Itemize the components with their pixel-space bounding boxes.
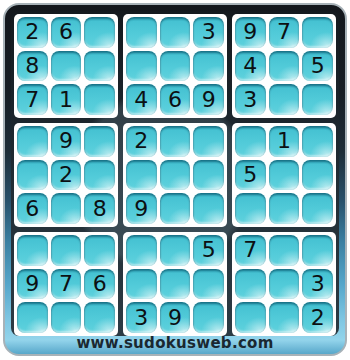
- cell-r1c7[interactable]: 9: [235, 17, 266, 48]
- cell-r7c5[interactable]: [160, 235, 191, 266]
- cell-r8c6[interactable]: [193, 269, 224, 300]
- given-digit: 6: [25, 198, 39, 220]
- cell-r7c1[interactable]: [17, 235, 48, 266]
- cell-r2c1[interactable]: 8: [17, 51, 48, 82]
- given-digit: 2: [25, 21, 39, 43]
- cell-r5c8[interactable]: [269, 160, 300, 191]
- cell-r8c8[interactable]: [269, 269, 300, 300]
- box-7: 976: [14, 232, 118, 336]
- given-digit: 1: [277, 130, 291, 152]
- given-digit: 5: [202, 239, 216, 261]
- box-3: 97453: [232, 14, 336, 118]
- site-url-label: www.sudokusweb.com: [5, 335, 345, 351]
- box-1: 26871: [14, 14, 118, 118]
- cell-r5c6[interactable]: [193, 160, 224, 191]
- given-digit: 5: [311, 55, 325, 77]
- given-digit: 7: [277, 21, 291, 43]
- given-digit: 5: [243, 164, 257, 186]
- cell-r8c7[interactable]: [235, 269, 266, 300]
- cell-r4c6[interactable]: [193, 126, 224, 157]
- given-digit: 3: [202, 21, 216, 43]
- cell-r2c8[interactable]: [269, 51, 300, 82]
- cell-r9c5[interactable]: 9: [160, 302, 191, 333]
- cell-r4c3[interactable]: [84, 126, 115, 157]
- cell-r3c5[interactable]: 6: [160, 84, 191, 115]
- cell-r2c2[interactable]: [51, 51, 82, 82]
- cell-r6c3[interactable]: 8: [84, 193, 115, 224]
- box-9: 732: [232, 232, 336, 336]
- cell-r4c5[interactable]: [160, 126, 191, 157]
- cell-r7c9[interactable]: [302, 235, 333, 266]
- cell-r5c2[interactable]: 2: [51, 160, 82, 191]
- box-6: 15: [232, 123, 336, 227]
- cell-r4c2[interactable]: 9: [51, 126, 82, 157]
- cell-r6c4[interactable]: 9: [126, 193, 157, 224]
- cell-r9c8[interactable]: [269, 302, 300, 333]
- cell-r6c9[interactable]: [302, 193, 333, 224]
- cell-r5c3[interactable]: [84, 160, 115, 191]
- cell-r7c6[interactable]: 5: [193, 235, 224, 266]
- cell-r7c8[interactable]: [269, 235, 300, 266]
- box-8: 539: [123, 232, 227, 336]
- cell-r6c2[interactable]: [51, 193, 82, 224]
- box-5: 29: [123, 123, 227, 227]
- cell-r5c4[interactable]: [126, 160, 157, 191]
- cell-r6c1[interactable]: 6: [17, 193, 48, 224]
- cell-r9c9[interactable]: 2: [302, 302, 333, 333]
- given-digit: 3: [243, 89, 257, 111]
- cell-r4c8[interactable]: 1: [269, 126, 300, 157]
- cell-r3c7[interactable]: 3: [235, 84, 266, 115]
- cell-r3c1[interactable]: 7: [17, 84, 48, 115]
- cell-r7c7[interactable]: 7: [235, 235, 266, 266]
- given-digit: 9: [59, 130, 73, 152]
- given-digit: 3: [134, 307, 148, 329]
- given-digit: 9: [25, 273, 39, 295]
- cell-r3c6[interactable]: 9: [193, 84, 224, 115]
- given-digit: 2: [59, 164, 73, 186]
- cell-r8c1[interactable]: 9: [17, 269, 48, 300]
- given-digit: 7: [243, 239, 257, 261]
- cell-r2c6[interactable]: [193, 51, 224, 82]
- cell-r2c9[interactable]: 5: [302, 51, 333, 82]
- cell-r6c5[interactable]: [160, 193, 191, 224]
- box-2: 3469: [123, 14, 227, 118]
- cell-r2c4[interactable]: [126, 51, 157, 82]
- sudoku-board: 2687134699745392682915976539732: [14, 14, 336, 336]
- given-digit: 6: [59, 21, 73, 43]
- given-digit: 7: [59, 273, 73, 295]
- cell-r4c1[interactable]: [17, 126, 48, 157]
- given-digit: 9: [202, 89, 216, 111]
- cell-r4c9[interactable]: [302, 126, 333, 157]
- cell-r9c4[interactable]: 3: [126, 302, 157, 333]
- cell-r4c4[interactable]: 2: [126, 126, 157, 157]
- cell-r1c6[interactable]: 3: [193, 17, 224, 48]
- cell-r8c9[interactable]: 3: [302, 269, 333, 300]
- cell-r2c5[interactable]: [160, 51, 191, 82]
- given-digit: 6: [93, 273, 107, 295]
- cell-r9c3[interactable]: [84, 302, 115, 333]
- given-digit: 9: [134, 198, 148, 220]
- cell-r1c9[interactable]: [302, 17, 333, 48]
- cell-r1c5[interactable]: [160, 17, 191, 48]
- cell-r5c1[interactable]: [17, 160, 48, 191]
- cell-r5c7[interactable]: 5: [235, 160, 266, 191]
- cell-r8c3[interactable]: 6: [84, 269, 115, 300]
- given-digit: 4: [134, 89, 148, 111]
- cell-r5c5[interactable]: [160, 160, 191, 191]
- cell-r1c3[interactable]: [84, 17, 115, 48]
- cell-r3c2[interactable]: 1: [51, 84, 82, 115]
- cell-r5c9[interactable]: [302, 160, 333, 191]
- given-digit: 2: [311, 307, 325, 329]
- cell-r9c7[interactable]: [235, 302, 266, 333]
- cell-r3c4[interactable]: 4: [126, 84, 157, 115]
- cell-r6c6[interactable]: [193, 193, 224, 224]
- cell-r8c4[interactable]: [126, 269, 157, 300]
- cell-r6c8[interactable]: [269, 193, 300, 224]
- given-digit: 4: [243, 55, 257, 77]
- cell-r3c3[interactable]: [84, 84, 115, 115]
- cell-r1c4[interactable]: [126, 17, 157, 48]
- cell-r2c7[interactable]: 4: [235, 51, 266, 82]
- cell-r1c2[interactable]: 6: [51, 17, 82, 48]
- cell-r7c3[interactable]: [84, 235, 115, 266]
- given-digit: 3: [311, 273, 325, 295]
- cell-r2c3[interactable]: [84, 51, 115, 82]
- given-digit: 7: [25, 89, 39, 111]
- cell-r3c9[interactable]: [302, 84, 333, 115]
- cell-r7c2[interactable]: [51, 235, 82, 266]
- cell-r4c7[interactable]: [235, 126, 266, 157]
- given-digit: 1: [59, 89, 73, 111]
- given-digit: 9: [168, 307, 182, 329]
- cell-r8c5[interactable]: [160, 269, 191, 300]
- given-digit: 8: [25, 55, 39, 77]
- cell-r8c2[interactable]: 7: [51, 269, 82, 300]
- cell-r6c7[interactable]: [235, 193, 266, 224]
- given-digit: 2: [134, 130, 148, 152]
- cell-r1c1[interactable]: 2: [17, 17, 48, 48]
- box-4: 9268: [14, 123, 118, 227]
- given-digit: 9: [243, 21, 257, 43]
- cell-r9c2[interactable]: [51, 302, 82, 333]
- cell-r3c8[interactable]: [269, 84, 300, 115]
- cell-r7c4[interactable]: [126, 235, 157, 266]
- cell-r1c8[interactable]: 7: [269, 17, 300, 48]
- given-digit: 6: [168, 89, 182, 111]
- board-frame: 2687134699745392682915976539732 www.sudo…: [3, 3, 347, 356]
- given-digit: 8: [93, 198, 107, 220]
- cell-r9c6[interactable]: [193, 302, 224, 333]
- cell-r9c1[interactable]: [17, 302, 48, 333]
